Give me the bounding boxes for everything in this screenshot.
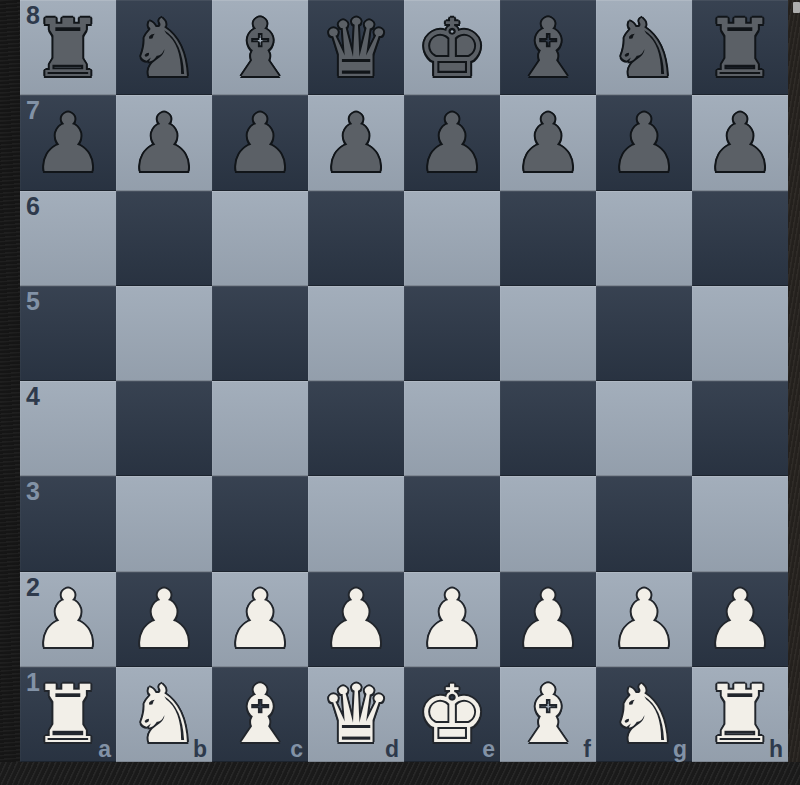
square-a6[interactable]: 6 xyxy=(20,191,116,286)
square-c7[interactable]: ♟ xyxy=(212,95,308,190)
piece-black-pawn[interactable]: ♟ xyxy=(608,104,680,184)
piece-black-rook[interactable]: ♜ xyxy=(704,9,776,89)
chess-board: 8♜♞♝♛♚♝♞♜7♟♟♟♟♟♟♟♟65432♟♟♟♟♟♟♟♟1a♜b♞c♝d♛… xyxy=(20,0,788,762)
piece-black-queen[interactable]: ♛ xyxy=(320,9,392,89)
square-d1[interactable]: d♛ xyxy=(308,667,404,762)
piece-black-bishop[interactable]: ♝ xyxy=(512,9,584,89)
piece-black-pawn[interactable]: ♟ xyxy=(704,104,776,184)
square-f8[interactable]: ♝ xyxy=(500,0,596,95)
square-h8[interactable]: ♜ xyxy=(692,0,788,95)
square-e7[interactable]: ♟ xyxy=(404,95,500,190)
square-b1[interactable]: b♞ xyxy=(116,667,212,762)
square-c5[interactable] xyxy=(212,286,308,381)
piece-white-rook[interactable]: ♜ xyxy=(32,675,104,755)
square-d2[interactable]: ♟ xyxy=(308,572,404,667)
square-a7[interactable]: 7♟ xyxy=(20,95,116,190)
square-g1[interactable]: g♞ xyxy=(596,667,692,762)
square-g7[interactable]: ♟ xyxy=(596,95,692,190)
square-b2[interactable]: ♟ xyxy=(116,572,212,667)
square-h2[interactable]: ♟ xyxy=(692,572,788,667)
square-c3[interactable] xyxy=(212,476,308,571)
square-d4[interactable] xyxy=(308,381,404,476)
square-c8[interactable]: ♝ xyxy=(212,0,308,95)
piece-black-pawn[interactable]: ♟ xyxy=(224,104,296,184)
rank-label-3: 3 xyxy=(26,479,40,504)
square-a5[interactable]: 5 xyxy=(20,286,116,381)
square-a8[interactable]: 8♜ xyxy=(20,0,116,95)
rank-label-6: 6 xyxy=(26,194,40,219)
square-h1[interactable]: h♜ xyxy=(692,667,788,762)
piece-black-pawn[interactable]: ♟ xyxy=(416,104,488,184)
square-b8[interactable]: ♞ xyxy=(116,0,212,95)
square-e6[interactable] xyxy=(404,191,500,286)
square-g4[interactable] xyxy=(596,381,692,476)
square-c2[interactable]: ♟ xyxy=(212,572,308,667)
piece-black-knight[interactable]: ♞ xyxy=(608,9,680,89)
chess-app-stage: 8♜♞♝♛♚♝♞♜7♟♟♟♟♟♟♟♟65432♟♟♟♟♟♟♟♟1a♜b♞c♝d♛… xyxy=(0,0,800,785)
piece-black-pawn[interactable]: ♟ xyxy=(512,104,584,184)
square-h3[interactable] xyxy=(692,476,788,571)
square-g5[interactable] xyxy=(596,286,692,381)
board-frame-left xyxy=(0,0,20,785)
square-h7[interactable]: ♟ xyxy=(692,95,788,190)
square-h4[interactable] xyxy=(692,381,788,476)
square-f2[interactable]: ♟ xyxy=(500,572,596,667)
piece-white-bishop[interactable]: ♝ xyxy=(224,675,296,755)
piece-white-pawn[interactable]: ♟ xyxy=(32,580,104,660)
square-a1[interactable]: 1a♜ xyxy=(20,667,116,762)
scrollbar-thumb[interactable] xyxy=(793,2,800,13)
square-e2[interactable]: ♟ xyxy=(404,572,500,667)
piece-white-pawn[interactable]: ♟ xyxy=(128,580,200,660)
square-g2[interactable]: ♟ xyxy=(596,572,692,667)
board-frame-bottom xyxy=(0,762,800,785)
square-f3[interactable] xyxy=(500,476,596,571)
square-f6[interactable] xyxy=(500,191,596,286)
square-d7[interactable]: ♟ xyxy=(308,95,404,190)
square-e4[interactable] xyxy=(404,381,500,476)
piece-white-pawn[interactable]: ♟ xyxy=(704,580,776,660)
piece-white-pawn[interactable]: ♟ xyxy=(416,580,488,660)
square-h6[interactable] xyxy=(692,191,788,286)
square-c6[interactable] xyxy=(212,191,308,286)
square-d3[interactable] xyxy=(308,476,404,571)
piece-white-pawn[interactable]: ♟ xyxy=(512,580,584,660)
rank-label-4: 4 xyxy=(26,384,40,409)
square-g6[interactable] xyxy=(596,191,692,286)
square-d6[interactable] xyxy=(308,191,404,286)
piece-white-pawn[interactable]: ♟ xyxy=(608,580,680,660)
piece-white-queen[interactable]: ♛ xyxy=(320,675,392,755)
piece-black-knight[interactable]: ♞ xyxy=(128,9,200,89)
piece-black-king[interactable]: ♚ xyxy=(416,9,488,89)
square-d5[interactable] xyxy=(308,286,404,381)
piece-white-bishop[interactable]: ♝ xyxy=(512,675,584,755)
piece-black-rook[interactable]: ♜ xyxy=(32,9,104,89)
square-f1[interactable]: f♝ xyxy=(500,667,596,762)
square-g8[interactable]: ♞ xyxy=(596,0,692,95)
piece-white-knight[interactable]: ♞ xyxy=(608,675,680,755)
square-f7[interactable]: ♟ xyxy=(500,95,596,190)
square-d8[interactable]: ♛ xyxy=(308,0,404,95)
piece-white-pawn[interactable]: ♟ xyxy=(320,580,392,660)
piece-black-pawn[interactable]: ♟ xyxy=(320,104,392,184)
square-c4[interactable] xyxy=(212,381,308,476)
rank-label-5: 5 xyxy=(26,289,40,314)
square-e8[interactable]: ♚ xyxy=(404,0,500,95)
square-b3[interactable] xyxy=(116,476,212,571)
square-b5[interactable] xyxy=(116,286,212,381)
square-f4[interactable] xyxy=(500,381,596,476)
square-a3[interactable]: 3 xyxy=(20,476,116,571)
file-label-f: f xyxy=(583,738,591,761)
board-frame-right xyxy=(788,0,800,785)
piece-black-pawn[interactable]: ♟ xyxy=(128,104,200,184)
piece-black-bishop[interactable]: ♝ xyxy=(224,9,296,89)
square-h5[interactable] xyxy=(692,286,788,381)
piece-white-rook[interactable]: ♜ xyxy=(704,675,776,755)
piece-white-pawn[interactable]: ♟ xyxy=(224,580,296,660)
square-a4[interactable]: 4 xyxy=(20,381,116,476)
square-e3[interactable] xyxy=(404,476,500,571)
piece-white-knight[interactable]: ♞ xyxy=(128,675,200,755)
piece-white-king[interactable]: ♚ xyxy=(416,675,488,755)
square-c1[interactable]: c♝ xyxy=(212,667,308,762)
square-b4[interactable] xyxy=(116,381,212,476)
square-e5[interactable] xyxy=(404,286,500,381)
square-a2[interactable]: 2♟ xyxy=(20,572,116,667)
piece-black-pawn[interactable]: ♟ xyxy=(32,104,104,184)
square-e1[interactable]: e♚ xyxy=(404,667,500,762)
square-b6[interactable] xyxy=(116,191,212,286)
square-f5[interactable] xyxy=(500,286,596,381)
square-g3[interactable] xyxy=(596,476,692,571)
square-b7[interactable]: ♟ xyxy=(116,95,212,190)
